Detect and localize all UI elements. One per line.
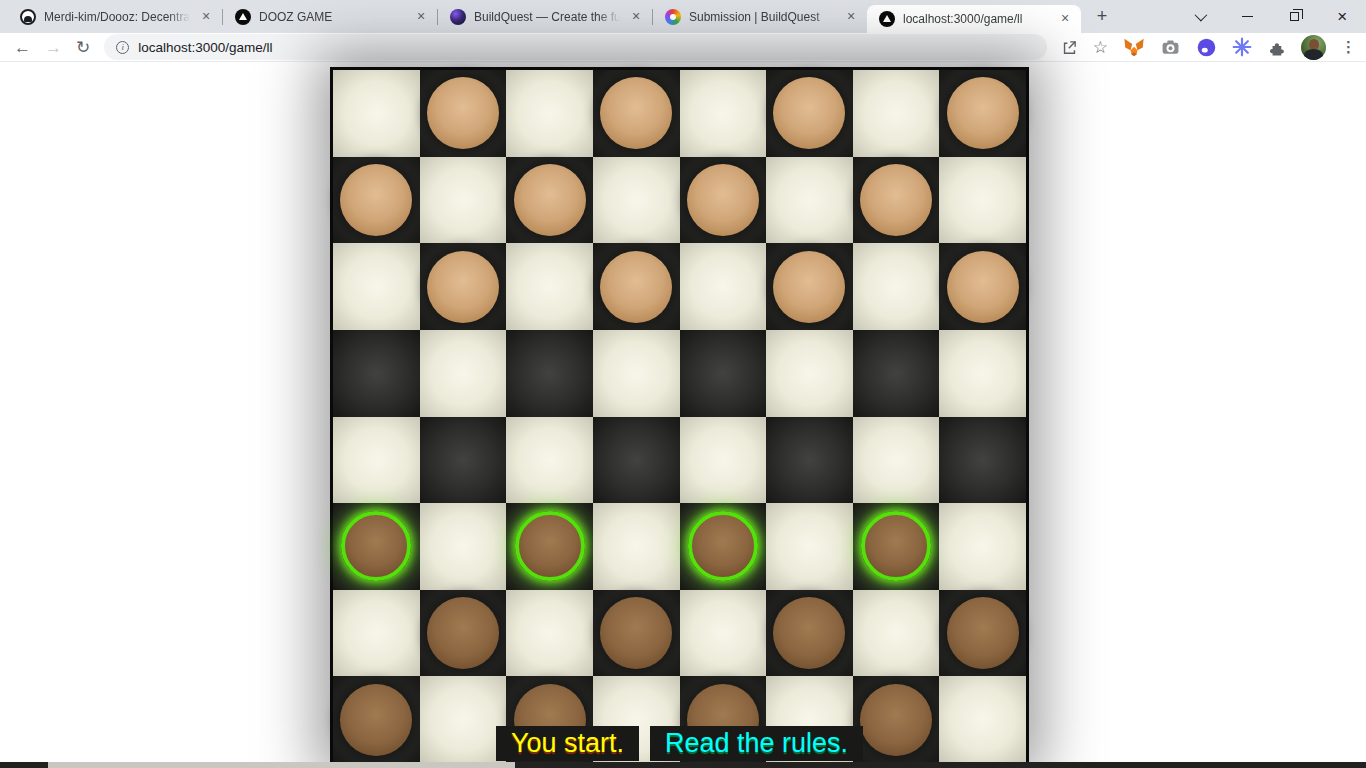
square-r4c3[interactable] bbox=[506, 330, 593, 417]
minimize-button[interactable] bbox=[1232, 2, 1262, 32]
page-content: You start.Read the rules. bbox=[0, 62, 1366, 768]
square-r4c8[interactable] bbox=[939, 330, 1026, 417]
browser-menu-icon[interactable]: ⋮ bbox=[1341, 38, 1356, 56]
checker-brown[interactable] bbox=[947, 597, 1019, 669]
tab-title: Merdi-kim/Doooz: Decentrali bbox=[44, 10, 190, 24]
square-r6c7[interactable] bbox=[853, 503, 940, 590]
square-r1c4[interactable] bbox=[593, 70, 680, 157]
window-controls: × bbox=[1176, 0, 1366, 33]
tab-title: localhost:3000/game/ll bbox=[903, 12, 1049, 26]
square-r5c6[interactable] bbox=[766, 417, 853, 504]
checker-tan[interactable] bbox=[340, 164, 412, 236]
browser-toolbar: ← → ↻ i localhost:3000/game/ll ☆ bbox=[0, 33, 1366, 62]
browser-tab-strip: Merdi-kim/Doooz: Decentrali×DOOZ GAME×Bu… bbox=[0, 0, 1366, 33]
tab-close-button[interactable]: × bbox=[843, 9, 859, 25]
square-r1c1[interactable] bbox=[333, 70, 420, 157]
square-r3c8[interactable] bbox=[939, 243, 1026, 330]
square-r7c1[interactable] bbox=[333, 590, 420, 677]
square-r1c2[interactable] bbox=[420, 70, 507, 157]
square-r3c3[interactable] bbox=[506, 243, 593, 330]
square-r3c7[interactable] bbox=[853, 243, 940, 330]
checkers-board bbox=[330, 67, 1029, 766]
tab-close-button[interactable]: × bbox=[1057, 11, 1073, 27]
square-r2c1[interactable] bbox=[333, 157, 420, 244]
chevron-down-icon bbox=[1195, 9, 1208, 22]
square-r7c5[interactable] bbox=[680, 590, 767, 677]
read-rules-link[interactable]: Read the rules. bbox=[650, 726, 863, 761]
square-r1c8[interactable] bbox=[939, 70, 1026, 157]
purple-circle-extension-icon[interactable] bbox=[1196, 37, 1217, 58]
square-r4c6[interactable] bbox=[766, 330, 853, 417]
forward-button[interactable]: → bbox=[45, 39, 62, 56]
browser-tab-3[interactable]: BuildQuest — Create the futu× bbox=[438, 0, 652, 33]
square-r3c1[interactable] bbox=[333, 243, 420, 330]
square-r5c2[interactable] bbox=[420, 417, 507, 504]
square-r2c3[interactable] bbox=[506, 157, 593, 244]
checker-tan[interactable] bbox=[427, 77, 499, 149]
square-r1c3[interactable] bbox=[506, 70, 593, 157]
square-r2c7[interactable] bbox=[853, 157, 940, 244]
square-r2c5[interactable] bbox=[680, 157, 767, 244]
checker-tan[interactable] bbox=[600, 251, 672, 323]
snowflake-extension-icon[interactable] bbox=[1232, 37, 1252, 57]
address-bar[interactable]: i localhost:3000/game/ll bbox=[104, 34, 1047, 60]
tab-title: BuildQuest — Create the futu bbox=[474, 10, 620, 24]
checker-brown[interactable] bbox=[773, 597, 845, 669]
square-r5c3[interactable] bbox=[506, 417, 593, 504]
buildquest-color-favicon-icon bbox=[665, 9, 681, 25]
square-r4c1[interactable] bbox=[333, 330, 420, 417]
checker-brown-highlighted[interactable] bbox=[341, 511, 411, 581]
square-r6c4[interactable] bbox=[593, 503, 680, 590]
square-r4c2[interactable] bbox=[420, 330, 507, 417]
tab-close-button[interactable]: × bbox=[198, 9, 214, 25]
buildquest-favicon-icon bbox=[450, 9, 466, 25]
close-window-button[interactable]: × bbox=[1327, 2, 1357, 32]
restore-button[interactable] bbox=[1280, 2, 1310, 32]
square-r5c7[interactable] bbox=[853, 417, 940, 504]
square-r7c2[interactable] bbox=[420, 590, 507, 677]
checker-tan[interactable] bbox=[773, 251, 845, 323]
square-r5c1[interactable] bbox=[333, 417, 420, 504]
tab-close-button[interactable]: × bbox=[413, 9, 429, 25]
square-r6c8[interactable] bbox=[939, 503, 1026, 590]
square-r7c6[interactable] bbox=[766, 590, 853, 677]
square-r3c4[interactable] bbox=[593, 243, 680, 330]
checker-tan[interactable] bbox=[427, 251, 499, 323]
checker-brown[interactable] bbox=[600, 597, 672, 669]
square-r6c3[interactable] bbox=[506, 503, 593, 590]
square-r6c1[interactable] bbox=[333, 503, 420, 590]
square-r3c2[interactable] bbox=[420, 243, 507, 330]
square-r6c5[interactable] bbox=[680, 503, 767, 590]
extensions-puzzle-icon[interactable] bbox=[1267, 38, 1286, 57]
square-r2c2[interactable] bbox=[420, 157, 507, 244]
dooz-favicon-icon bbox=[879, 11, 895, 27]
tabs-container: Merdi-kim/Doooz: Decentrali×DOOZ GAME×Bu… bbox=[0, 0, 1081, 33]
checker-tan[interactable] bbox=[514, 164, 586, 236]
restore-icon bbox=[1290, 12, 1299, 21]
square-r4c5[interactable] bbox=[680, 330, 767, 417]
metamask-extension-icon[interactable] bbox=[1123, 37, 1145, 58]
bookmark-star-icon[interactable]: ☆ bbox=[1093, 37, 1108, 58]
square-r7c4[interactable] bbox=[593, 590, 680, 677]
square-r1c6[interactable] bbox=[766, 70, 853, 157]
share-icon[interactable] bbox=[1061, 39, 1078, 56]
minimize-icon bbox=[1242, 16, 1253, 18]
square-r3c5[interactable] bbox=[680, 243, 767, 330]
checker-tan[interactable] bbox=[947, 77, 1019, 149]
game-messages: You start.Read the rules. bbox=[333, 726, 1026, 761]
checker-tan[interactable] bbox=[947, 251, 1019, 323]
square-r6c2[interactable] bbox=[420, 503, 507, 590]
browser-tab-2[interactable]: DOOZ GAME× bbox=[223, 0, 437, 33]
square-r2c8[interactable] bbox=[939, 157, 1026, 244]
checker-brown-highlighted[interactable] bbox=[861, 511, 931, 581]
toolbar-icons: ☆ bbox=[1061, 35, 1366, 60]
tab-title: DOOZ GAME bbox=[259, 10, 405, 24]
checker-tan[interactable] bbox=[860, 164, 932, 236]
checker-brown-highlighted[interactable] bbox=[515, 511, 585, 581]
new-tab-button[interactable]: + bbox=[1089, 4, 1115, 30]
square-r2c4[interactable] bbox=[593, 157, 680, 244]
square-r4c7[interactable] bbox=[853, 330, 940, 417]
square-r2c6[interactable] bbox=[766, 157, 853, 244]
square-r7c8[interactable] bbox=[939, 590, 1026, 677]
tab-title: Submission | BuildQuest bbox=[689, 10, 835, 24]
horizontal-scrollbar[interactable] bbox=[0, 762, 1366, 768]
turn-status-message: You start. bbox=[496, 726, 639, 761]
site-info-icon[interactable]: i bbox=[116, 41, 129, 54]
square-r5c8[interactable] bbox=[939, 417, 1026, 504]
square-r7c3[interactable] bbox=[506, 590, 593, 677]
checker-tan[interactable] bbox=[773, 77, 845, 149]
checker-tan[interactable] bbox=[600, 77, 672, 149]
github-favicon-icon bbox=[20, 9, 36, 25]
square-r7c7[interactable] bbox=[853, 590, 940, 677]
square-r1c7[interactable] bbox=[853, 70, 940, 157]
checker-tan[interactable] bbox=[687, 164, 759, 236]
square-r6c6[interactable] bbox=[766, 503, 853, 590]
square-r5c4[interactable] bbox=[593, 417, 680, 504]
browser-tab-5-active[interactable]: localhost:3000/game/ll× bbox=[867, 5, 1081, 33]
square-r3c6[interactable] bbox=[766, 243, 853, 330]
chevron-down-button[interactable] bbox=[1185, 2, 1215, 32]
back-button[interactable]: ← bbox=[14, 39, 31, 56]
url-text[interactable]: localhost:3000/game/ll bbox=[138, 40, 272, 55]
profile-avatar[interactable] bbox=[1301, 35, 1326, 60]
checker-brown-highlighted[interactable] bbox=[688, 511, 758, 581]
tab-close-button[interactable]: × bbox=[628, 9, 644, 25]
square-r4c4[interactable] bbox=[593, 330, 680, 417]
square-r1c5[interactable] bbox=[680, 70, 767, 157]
square-r5c5[interactable] bbox=[680, 417, 767, 504]
scrollbar-thumb[interactable] bbox=[48, 762, 515, 768]
browser-tab-1[interactable]: Merdi-kim/Doooz: Decentrali× bbox=[8, 0, 222, 33]
reload-button[interactable]: ↻ bbox=[76, 39, 90, 56]
checker-brown[interactable] bbox=[427, 597, 499, 669]
dooz-favicon-icon bbox=[235, 9, 251, 25]
camera-extension-icon[interactable] bbox=[1160, 38, 1181, 57]
browser-tab-4[interactable]: Submission | BuildQuest× bbox=[653, 0, 867, 33]
